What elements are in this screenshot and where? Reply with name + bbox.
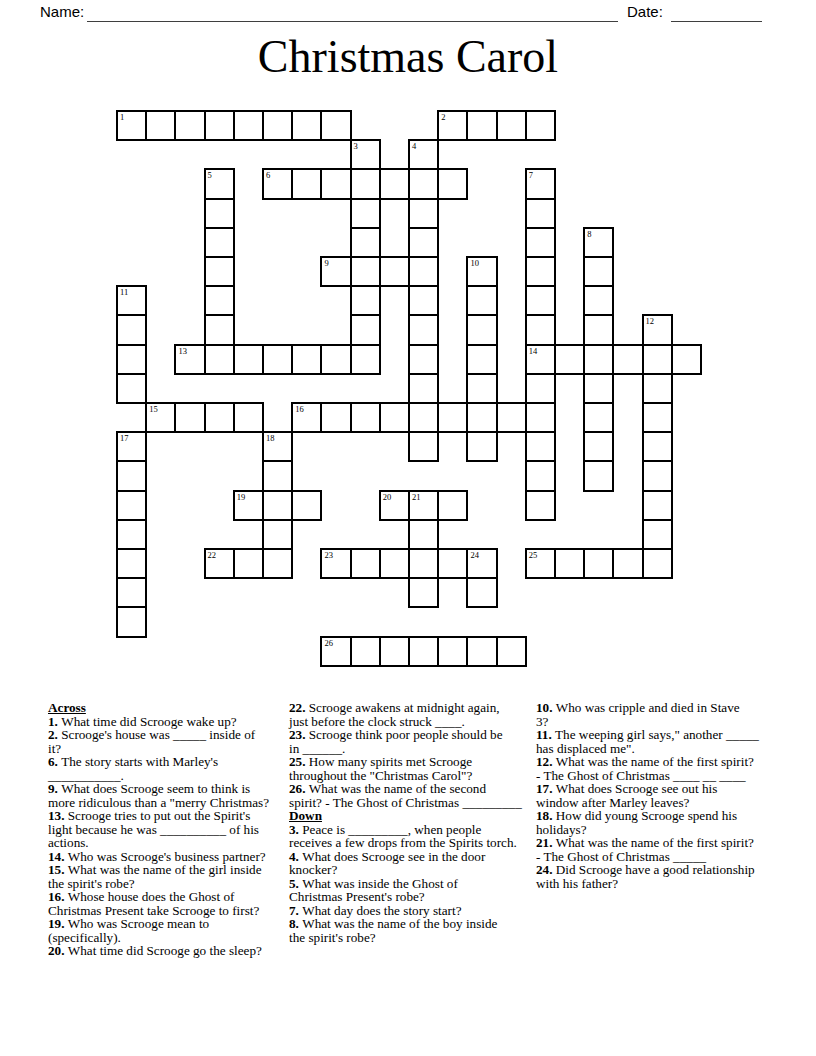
cell-r4-c3[interactable]	[204, 227, 235, 258]
cell-r11-c14[interactable]	[525, 431, 556, 462]
cell-r0-c1[interactable]	[145, 110, 176, 141]
cell-r14-c10[interactable]	[408, 519, 439, 550]
cell-r15-c11[interactable]	[437, 548, 468, 579]
clue-down-7: 7. What day does the story start?	[289, 904, 541, 918]
cell-number-6: 6	[266, 170, 270, 180]
cell-r13-c0[interactable]	[116, 490, 147, 521]
clue-across-23: 23. Scrooge think poor people should be …	[289, 728, 541, 755]
clue-across-9: 9. What does Scrooge seem to think is mo…	[48, 782, 298, 809]
cell-r17-c0[interactable]	[116, 606, 147, 637]
clue-column-1: Across1. What time did Scrooge wake up?2…	[48, 701, 298, 958]
clue-text: Scrooge think poor people should be in _…	[289, 727, 503, 756]
cell-r8-c5[interactable]	[262, 344, 293, 375]
cell-r10-c10[interactable]	[408, 402, 439, 433]
cell-r12-c5[interactable]	[262, 460, 293, 491]
cell-r8-c19[interactable]	[671, 344, 702, 375]
cell-number-14: 14	[529, 346, 538, 356]
cell-r8-c7[interactable]	[320, 344, 351, 375]
cell-r1-c8[interactable]: 3	[350, 139, 381, 170]
cell-r0-c13[interactable]	[496, 110, 527, 141]
clue-across-15: 15. What was the name of the girl inside…	[48, 863, 298, 890]
cell-r13-c10[interactable]: 21	[408, 490, 439, 521]
cell-number-13: 13	[178, 346, 187, 356]
cell-r8-c2[interactable]: 13	[174, 344, 205, 375]
crossword-grid: 1234567891011121314151617181920212223242…	[116, 110, 703, 668]
cell-r11-c5[interactable]: 18	[262, 431, 293, 462]
cell-r5-c3[interactable]	[204, 256, 235, 287]
cell-r10-c7[interactable]	[320, 402, 351, 433]
cell-number-7: 7	[529, 170, 533, 180]
clue-text: The story starts with Marley's _________…	[48, 754, 218, 783]
clue-text: Scrooge awakens at midnight again, just …	[289, 700, 500, 729]
clue-across-20: 20. What time did Scrooge go the sleep?	[48, 944, 298, 958]
cell-r16-c12[interactable]	[466, 577, 497, 608]
cell-r15-c17[interactable]	[612, 548, 643, 579]
clue-text: What was the name of the first spirit? -…	[536, 835, 754, 864]
cell-r15-c14[interactable]: 25	[525, 548, 556, 579]
date-fill-line[interactable]	[671, 5, 762, 22]
clue-column-3: 10. Who was cripple and died in Stave 3?…	[536, 701, 782, 890]
cell-r14-c18[interactable]	[642, 519, 673, 550]
cell-r9-c10[interactable]	[408, 373, 439, 404]
cell-r13-c9[interactable]: 20	[379, 490, 410, 521]
clue-text: What time did Scrooge go the sleep?	[68, 943, 262, 958]
cell-number-24: 24	[470, 550, 479, 560]
cell-number-16: 16	[295, 404, 304, 414]
cell-r11-c18[interactable]	[642, 431, 673, 462]
cell-r10-c6[interactable]: 16	[291, 402, 322, 433]
clue-text: Scrooge's house was _____ inside of it?	[48, 727, 255, 756]
cell-number-21: 21	[412, 492, 421, 502]
cell-r13-c5[interactable]	[262, 490, 293, 521]
clue-across-2: 2. Scrooge's house was _____ inside of i…	[48, 728, 298, 755]
cell-r5-c14[interactable]	[525, 256, 556, 287]
cell-r9-c0[interactable]	[116, 373, 147, 404]
cell-r1-c10[interactable]: 4	[408, 139, 439, 170]
cell-number-2: 2	[441, 112, 445, 122]
clue-text: Peace is _________, when people receives…	[289, 822, 517, 851]
clue-across-25: 25. How many spirits met Scrooge through…	[289, 755, 541, 782]
cell-number-4: 4	[412, 141, 416, 151]
clue-across-13: 13. Scrooge tries to put out the Spirit'…	[48, 809, 298, 850]
cell-r8-c15[interactable]	[554, 344, 585, 375]
cell-r5-c16[interactable]	[583, 256, 614, 287]
cell-r10-c16[interactable]	[583, 402, 614, 433]
cell-number-5: 5	[208, 170, 212, 180]
cell-r10-c9[interactable]	[379, 402, 410, 433]
cell-r7-c0[interactable]	[116, 314, 147, 345]
cell-r5-c9[interactable]	[379, 256, 410, 287]
cell-r8-c16[interactable]	[583, 344, 614, 375]
cell-r8-c12[interactable]	[466, 344, 497, 375]
cell-r0-c14[interactable]	[525, 110, 556, 141]
cell-r4-c14[interactable]	[525, 227, 556, 258]
cell-r3-c14[interactable]	[525, 198, 556, 229]
clue-text: The weeping girl says," another _____ ha…	[536, 727, 759, 756]
cell-r0-c2[interactable]	[174, 110, 205, 141]
cell-r18-c10[interactable]	[408, 636, 439, 667]
cell-r6-c14[interactable]	[525, 285, 556, 316]
clue-down-4: 4. What does Scrooge see in the door kno…	[289, 850, 541, 877]
cell-r11-c10[interactable]	[408, 431, 439, 462]
clue-down-3: 3. Peace is _________, when people recei…	[289, 823, 541, 850]
cell-number-3: 3	[354, 141, 358, 151]
cell-r15-c7[interactable]: 23	[320, 548, 351, 579]
clue-down-10: 10. Who was cripple and died in Stave 3?	[536, 701, 782, 728]
cell-r2-c7[interactable]	[320, 168, 351, 199]
cell-r0-c11[interactable]: 2	[437, 110, 468, 141]
cell-r10-c13[interactable]	[496, 402, 527, 433]
cell-r2-c3[interactable]: 5	[204, 168, 235, 199]
cell-number-8: 8	[587, 229, 591, 239]
crossword-worksheet-page: Name: Date: Christmas Carol 123456789101…	[0, 0, 816, 1056]
cell-r2-c10[interactable]	[408, 168, 439, 199]
cell-number-9: 9	[324, 258, 328, 268]
cell-r3-c3[interactable]	[204, 198, 235, 229]
cell-r15-c15[interactable]	[554, 548, 585, 579]
clue-across-14: 14. Who was Scrooge's business partner?	[48, 850, 298, 864]
cell-r2-c6[interactable]	[291, 168, 322, 199]
clue-text: Who was Scrooge mean to (specifically).	[48, 916, 209, 945]
cell-r6-c12[interactable]	[466, 285, 497, 316]
cell-r18-c11[interactable]	[437, 636, 468, 667]
cell-r8-c10[interactable]	[408, 344, 439, 375]
cell-r11-c12[interactable]	[466, 431, 497, 462]
cell-r14-c0[interactable]	[116, 519, 147, 550]
clue-across-26: 26. What was the name of the second spir…	[289, 782, 541, 809]
cell-r10-c1[interactable]: 15	[145, 402, 176, 433]
cell-r0-c5[interactable]	[262, 110, 293, 141]
cell-r15-c3[interactable]: 22	[204, 548, 235, 579]
clue-across-22: 22. Scrooge awakens at midnight again, j…	[289, 701, 541, 728]
cell-r8-c4[interactable]	[233, 344, 264, 375]
cell-r13-c4[interactable]: 19	[233, 490, 264, 521]
cell-r9-c12[interactable]	[466, 373, 497, 404]
cell-r6-c3[interactable]	[204, 285, 235, 316]
clue-text: What was inside the Ghost of Christmas P…	[289, 876, 458, 905]
cell-r6-c8[interactable]	[350, 285, 381, 316]
cell-r2-c8[interactable]	[350, 168, 381, 199]
cell-r8-c17[interactable]	[612, 344, 643, 375]
name-label: Name:	[40, 3, 84, 20]
cell-r15-c18[interactable]	[642, 548, 673, 579]
cell-number-15: 15	[149, 404, 158, 414]
clue-text: How many spirits met Scrooge throughout …	[289, 754, 472, 783]
date-label: Date:	[627, 3, 663, 20]
clue-text: Did Scrooge have a good relationship wit…	[536, 862, 755, 891]
cell-r4-c16[interactable]: 8	[583, 227, 614, 258]
cell-r7-c18[interactable]: 12	[642, 314, 673, 345]
cell-number-17: 17	[120, 433, 129, 443]
cell-r10-c4[interactable]	[233, 402, 264, 433]
clue-text: What was the name of the girl inside the…	[48, 862, 262, 891]
clue-text: What was the name of the second spirit? …	[289, 781, 522, 810]
cell-r12-c18[interactable]	[642, 460, 673, 491]
clue-across-16: 16. Whose house does the Ghost of Christ…	[48, 890, 298, 917]
cell-r5-c7[interactable]: 9	[320, 256, 351, 287]
cell-r8-c14[interactable]: 14	[525, 344, 556, 375]
clue-text: What does Scrooge see in the door knocke…	[289, 849, 485, 878]
cell-r9-c14[interactable]	[525, 373, 556, 404]
cell-r0-c0[interactable]: 1	[116, 110, 147, 141]
clue-down-12: 12. What was the name of the first spiri…	[536, 755, 782, 782]
cell-r12-c14[interactable]	[525, 460, 556, 491]
cell-r2-c5[interactable]: 6	[262, 168, 293, 199]
clue-down-17: 17. What does Scrooge see out his window…	[536, 782, 782, 809]
cell-r8-c6[interactable]	[291, 344, 322, 375]
cell-r7-c14[interactable]	[525, 314, 556, 345]
cell-r18-c7[interactable]: 26	[320, 636, 351, 667]
clue-column-2: 22. Scrooge awakens at midnight again, j…	[289, 701, 541, 944]
cell-r11-c0[interactable]: 17	[116, 431, 147, 462]
cell-number-20: 20	[383, 492, 392, 502]
cell-r0-c6[interactable]	[291, 110, 322, 141]
cell-r7-c10[interactable]	[408, 314, 439, 345]
cell-r8-c3[interactable]	[204, 344, 235, 375]
cell-r2-c14[interactable]: 7	[525, 168, 556, 199]
cell-r2-c9[interactable]	[379, 168, 410, 199]
cell-r10-c3[interactable]	[204, 402, 235, 433]
cell-number-11: 11	[120, 287, 128, 297]
clue-down-8: 8. What was the name of the boy inside t…	[289, 917, 541, 944]
clue-text: Who was cripple and died in Stave 3?	[536, 700, 740, 729]
clue-text: What does Scrooge see out his window aft…	[536, 781, 717, 810]
puzzle-title: Christmas Carol	[0, 33, 816, 81]
cell-r18-c13[interactable]	[496, 636, 527, 667]
cell-r7-c12[interactable]	[466, 314, 497, 345]
clue-across-19: 19. Who was Scrooge mean to (specificall…	[48, 917, 298, 944]
across-header: Across	[48, 701, 298, 715]
cell-r15-c0[interactable]	[116, 548, 147, 579]
cell-r8-c18[interactable]	[642, 344, 673, 375]
cell-r15-c12[interactable]: 24	[466, 548, 497, 579]
cell-number-19: 19	[237, 492, 246, 502]
clue-text: Scrooge tries to put out the Spirit's li…	[48, 808, 259, 850]
cell-r13-c18[interactable]	[642, 490, 673, 521]
cell-r7-c3[interactable]	[204, 314, 235, 345]
cell-r10-c8[interactable]	[350, 402, 381, 433]
cell-r0-c7[interactable]	[320, 110, 351, 141]
cell-r5-c8[interactable]	[350, 256, 381, 287]
cell-r5-c12[interactable]: 10	[466, 256, 497, 287]
cell-r13-c6[interactable]	[291, 490, 322, 521]
cell-r9-c18[interactable]	[642, 373, 673, 404]
cell-r10-c18[interactable]	[642, 402, 673, 433]
cell-r0-c3[interactable]	[204, 110, 235, 141]
name-fill-line[interactable]	[87, 5, 618, 22]
cell-r16-c10[interactable]	[408, 577, 439, 608]
cell-r18-c9[interactable]	[379, 636, 410, 667]
cell-number-1: 1	[120, 112, 124, 122]
clue-text: Whose house does the Ghost of Christmas …	[48, 889, 259, 918]
cell-r15-c9[interactable]	[379, 548, 410, 579]
cell-r9-c16[interactable]	[583, 373, 614, 404]
cell-r14-c5[interactable]	[262, 519, 293, 550]
cell-r10-c11[interactable]	[437, 402, 468, 433]
clue-across-1: 1. What time did Scrooge wake up?	[48, 715, 298, 729]
cell-r15-c10[interactable]	[408, 548, 439, 579]
cell-r15-c16[interactable]	[583, 548, 614, 579]
cell-r18-c12[interactable]	[466, 636, 497, 667]
cell-r16-c0[interactable]	[116, 577, 147, 608]
cell-r12-c0[interactable]	[116, 460, 147, 491]
clue-text: What was the name of the first spirit? -…	[536, 754, 754, 783]
cell-r5-c10[interactable]	[408, 256, 439, 287]
cell-number-10: 10	[470, 258, 479, 268]
cell-r2-c11[interactable]	[437, 168, 468, 199]
cell-number-23: 23	[324, 550, 333, 560]
clue-down-24: 24. Did Scrooge have a good relationship…	[536, 863, 782, 890]
clue-down-11: 11. The weeping girl says," another ____…	[536, 728, 782, 755]
cell-r0-c12[interactable]	[466, 110, 497, 141]
cell-r12-c16[interactable]	[583, 460, 614, 491]
cell-r11-c16[interactable]	[583, 431, 614, 462]
cell-r7-c8[interactable]	[350, 314, 381, 345]
down-header: Down	[289, 809, 541, 823]
cell-r0-c4[interactable]	[233, 110, 264, 141]
cell-r18-c8[interactable]	[350, 636, 381, 667]
clue-across-6: 6. The story starts with Marley's ______…	[48, 755, 298, 782]
cell-number-18: 18	[266, 433, 275, 443]
cell-r4-c8[interactable]	[350, 227, 381, 258]
cell-number-22: 22	[208, 550, 217, 560]
clue-text: What was the name of the boy inside the …	[289, 916, 497, 945]
clue-down-5: 5. What was inside the Ghost of Christma…	[289, 877, 541, 904]
cell-r15-c8[interactable]	[350, 548, 381, 579]
clue-down-21: 21. What was the name of the first spiri…	[536, 836, 782, 863]
cell-r10-c14[interactable]	[525, 402, 556, 433]
cell-number-25: 25	[529, 550, 538, 560]
cell-r10-c12[interactable]	[466, 402, 497, 433]
clue-text: How did young Scrooge spend his holidays…	[536, 808, 737, 837]
cell-r13-c11[interactable]	[437, 490, 468, 521]
clue-down-18: 18. How did young Scrooge spend his holi…	[536, 809, 782, 836]
cell-r15-c5[interactable]	[262, 548, 293, 579]
cell-r13-c14[interactable]	[525, 490, 556, 521]
cell-r6-c10[interactable]	[408, 285, 439, 316]
clue-text: What does Scrooge seem to think is more …	[48, 781, 269, 810]
cell-r8-c0[interactable]	[116, 344, 147, 375]
cell-r3-c10[interactable]	[408, 198, 439, 229]
cell-r4-c10[interactable]	[408, 227, 439, 258]
cell-r10-c2[interactable]	[174, 402, 205, 433]
clue-number: 20.	[48, 943, 68, 958]
cell-r7-c16[interactable]	[583, 314, 614, 345]
cell-number-12: 12	[646, 316, 655, 326]
cell-r6-c16[interactable]	[583, 285, 614, 316]
cell-r15-c4[interactable]	[233, 548, 264, 579]
cell-r6-c0[interactable]: 11	[116, 285, 147, 316]
cell-number-26: 26	[324, 638, 333, 648]
cell-r3-c8[interactable]	[350, 198, 381, 229]
cell-r8-c8[interactable]	[350, 344, 381, 375]
